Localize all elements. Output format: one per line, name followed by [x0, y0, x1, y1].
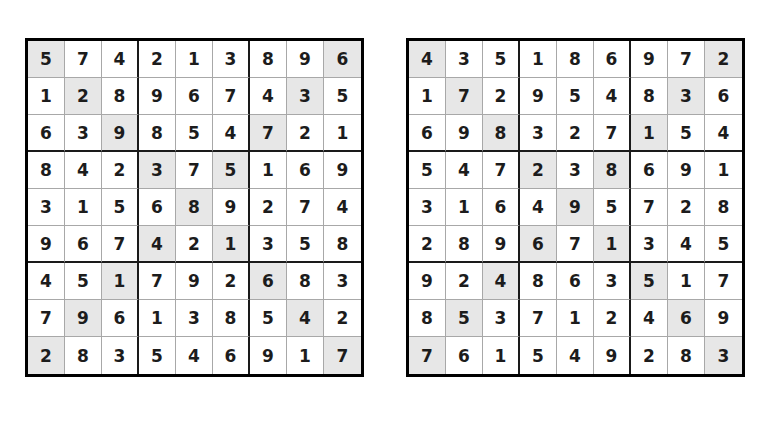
sudoku-cell-r6c4[interactable]: 6 [520, 226, 557, 263]
sudoku-cell-r7c1[interactable]: 9 [409, 263, 446, 300]
sudoku-cell-r9c8[interactable]: 8 [668, 337, 705, 374]
sudoku-cell-r2c9[interactable]: 6 [705, 78, 742, 115]
sudoku-cell-r8c9[interactable]: 2 [324, 300, 361, 337]
sudoku-cell-r8c8[interactable]: 4 [287, 300, 324, 337]
sudoku-cell-r7c6[interactable]: 2 [213, 263, 250, 300]
sudoku-cell-r4c6[interactable]: 8 [594, 152, 631, 189]
sudoku-cell-r5c3[interactable]: 6 [483, 189, 520, 226]
sudoku-cell-r3c2[interactable]: 3 [65, 115, 102, 152]
sudoku-cell-r6c3[interactable]: 7 [102, 226, 139, 263]
sudoku-cell-r2c4[interactable]: 9 [520, 78, 557, 115]
sudoku-cell-r3c1[interactable]: 6 [409, 115, 446, 152]
sudoku-cell-r3c4[interactable]: 3 [520, 115, 557, 152]
sudoku-cell-r6c1[interactable]: 2 [409, 226, 446, 263]
sudoku-cell-r1c5[interactable]: 8 [557, 41, 594, 78]
sudoku-cell-r4c7[interactable]: 1 [250, 152, 287, 189]
sudoku-board-right: 4351869721729548366983271545472386913164… [406, 38, 745, 377]
sudoku-cell-r8c9[interactable]: 9 [705, 300, 742, 337]
sudoku-cell-r6c5[interactable]: 2 [176, 226, 213, 263]
sudoku-cell-r6c1[interactable]: 9 [28, 226, 65, 263]
sudoku-cell-r6c7[interactable]: 3 [631, 226, 668, 263]
sudoku-cell-r9c7[interactable]: 9 [250, 337, 287, 374]
sudoku-cell-r8c5[interactable]: 3 [176, 300, 213, 337]
sudoku-cell-r6c3[interactable]: 9 [483, 226, 520, 263]
sudoku-cell-r3c9[interactable]: 4 [705, 115, 742, 152]
sudoku-cell-r1c7[interactable]: 9 [631, 41, 668, 78]
sudoku-cell-r2c3[interactable]: 2 [483, 78, 520, 115]
sudoku-cell-r8c6[interactable]: 2 [594, 300, 631, 337]
sudoku-cell-r4c6[interactable]: 5 [213, 152, 250, 189]
sudoku-cell-r8c2[interactable]: 9 [65, 300, 102, 337]
sudoku-cell-r9c9[interactable]: 7 [324, 337, 361, 374]
sudoku-cell-r4c1[interactable]: 5 [409, 152, 446, 189]
sudoku-cell-r1c5[interactable]: 1 [176, 41, 213, 78]
sudoku-cell-r2c2[interactable]: 7 [446, 78, 483, 115]
sudoku-cell-r4c3[interactable]: 7 [483, 152, 520, 189]
sudoku-cell-r7c8[interactable]: 8 [287, 263, 324, 300]
sudoku-cell-r4c9[interactable]: 9 [324, 152, 361, 189]
sudoku-cell-r7c8[interactable]: 1 [668, 263, 705, 300]
sudoku-cell-r6c8[interactable]: 5 [287, 226, 324, 263]
sudoku-cell-r9c1[interactable]: 2 [28, 337, 65, 374]
sudoku-cell-r4c9[interactable]: 1 [705, 152, 742, 189]
sudoku-cell-r8c3[interactable]: 3 [483, 300, 520, 337]
boards-container: 5742138961289674356398547218423751693156… [25, 38, 745, 377]
sudoku-cell-r2c8[interactable]: 3 [287, 78, 324, 115]
sudoku-cell-r6c6[interactable]: 1 [213, 226, 250, 263]
sudoku-cell-r5c9[interactable]: 8 [705, 189, 742, 226]
sudoku-cell-r6c6[interactable]: 1 [594, 226, 631, 263]
sudoku-cell-r5c4[interactable]: 4 [520, 189, 557, 226]
sudoku-cell-r2c6[interactable]: 7 [213, 78, 250, 115]
sudoku-cell-r8c7[interactable]: 5 [250, 300, 287, 337]
sudoku-cell-r3c2[interactable]: 9 [446, 115, 483, 152]
sudoku-board-left: 5742138961289674356398547218423751693156… [25, 38, 364, 377]
sudoku-cell-r6c7[interactable]: 3 [250, 226, 287, 263]
sudoku-cell-r7c3[interactable]: 4 [483, 263, 520, 300]
sudoku-cell-r8c1[interactable]: 7 [28, 300, 65, 337]
sudoku-cell-r3c3[interactable]: 8 [483, 115, 520, 152]
sudoku-cell-r8c2[interactable]: 5 [446, 300, 483, 337]
sudoku-cell-r5c2[interactable]: 1 [446, 189, 483, 226]
sudoku-cell-r1c2[interactable]: 3 [446, 41, 483, 78]
sudoku-cell-r1c7[interactable]: 8 [250, 41, 287, 78]
sudoku-cell-r5c2[interactable]: 1 [65, 189, 102, 226]
sudoku-cell-r2c7[interactable]: 4 [250, 78, 287, 115]
sudoku-cell-r4c4[interactable]: 3 [139, 152, 176, 189]
sudoku-cell-r7c5[interactable]: 9 [176, 263, 213, 300]
sudoku-cell-r4c8[interactable]: 6 [287, 152, 324, 189]
sudoku-cell-r5c1[interactable]: 3 [28, 189, 65, 226]
sudoku-cell-r7c1[interactable]: 4 [28, 263, 65, 300]
sudoku-cell-r1c3[interactable]: 4 [102, 41, 139, 78]
sudoku-cell-r9c6[interactable]: 6 [213, 337, 250, 374]
sudoku-cell-r5c6[interactable]: 9 [213, 189, 250, 226]
sudoku-cell-r3c8[interactable]: 2 [287, 115, 324, 152]
sudoku-cell-r6c8[interactable]: 4 [668, 226, 705, 263]
sudoku-cell-r5c8[interactable]: 7 [287, 189, 324, 226]
sudoku-cell-r9c3[interactable]: 3 [102, 337, 139, 374]
sudoku-cell-r5c7[interactable]: 7 [631, 189, 668, 226]
sudoku-cell-r2c5[interactable]: 5 [557, 78, 594, 115]
sudoku-cell-r6c2[interactable]: 6 [65, 226, 102, 263]
sudoku-cell-r4c4[interactable]: 2 [520, 152, 557, 189]
sudoku-cell-r7c7[interactable]: 6 [250, 263, 287, 300]
sudoku-cell-r4c8[interactable]: 9 [668, 152, 705, 189]
sudoku-cell-r2c2[interactable]: 2 [65, 78, 102, 115]
sudoku-cell-r9c2[interactable]: 6 [446, 337, 483, 374]
sudoku-cell-r9c7[interactable]: 2 [631, 337, 668, 374]
sudoku-cell-r3c4[interactable]: 8 [139, 115, 176, 152]
sudoku-cell-r5c8[interactable]: 2 [668, 189, 705, 226]
sudoku-cell-r9c1[interactable]: 7 [409, 337, 446, 374]
sudoku-cell-r7c6[interactable]: 3 [594, 263, 631, 300]
sudoku-cell-r3c1[interactable]: 6 [28, 115, 65, 152]
sudoku-cell-r2c1[interactable]: 1 [409, 78, 446, 115]
sudoku-cell-r4c7[interactable]: 6 [631, 152, 668, 189]
sudoku-cell-r1c9[interactable]: 6 [324, 41, 361, 78]
sudoku-cell-r8c7[interactable]: 4 [631, 300, 668, 337]
sudoku-cell-r7c4[interactable]: 7 [139, 263, 176, 300]
sudoku-cell-r7c4[interactable]: 8 [520, 263, 557, 300]
sudoku-cell-r5c3[interactable]: 5 [102, 189, 139, 226]
sudoku-cell-r4c2[interactable]: 4 [65, 152, 102, 189]
sudoku-cell-r9c9[interactable]: 3 [705, 337, 742, 374]
sudoku-cell-r2c8[interactable]: 3 [668, 78, 705, 115]
sudoku-cell-r5c9[interactable]: 4 [324, 189, 361, 226]
sudoku-cell-r8c5[interactable]: 1 [557, 300, 594, 337]
sudoku-cell-r5c5[interactable]: 9 [557, 189, 594, 226]
sudoku-cell-r9c5[interactable]: 4 [176, 337, 213, 374]
sudoku-cell-r3c7[interactable]: 1 [631, 115, 668, 152]
sudoku-cell-r8c3[interactable]: 6 [102, 300, 139, 337]
sudoku-cell-r1c8[interactable]: 9 [287, 41, 324, 78]
sudoku-page: 5742138961289674356398547218423751693156… [0, 0, 768, 427]
sudoku-cell-r8c1[interactable]: 8 [409, 300, 446, 337]
sudoku-cell-r1c2[interactable]: 7 [65, 41, 102, 78]
sudoku-cell-r8c8[interactable]: 6 [668, 300, 705, 337]
sudoku-cell-r6c9[interactable]: 5 [705, 226, 742, 263]
sudoku-cell-r9c2[interactable]: 8 [65, 337, 102, 374]
sudoku-cell-r2c4[interactable]: 9 [139, 78, 176, 115]
sudoku-cell-r5c5[interactable]: 8 [176, 189, 213, 226]
sudoku-cell-r4c2[interactable]: 4 [446, 152, 483, 189]
sudoku-cell-r5c4[interactable]: 6 [139, 189, 176, 226]
sudoku-cell-r1c8[interactable]: 7 [668, 41, 705, 78]
sudoku-cell-r7c5[interactable]: 6 [557, 263, 594, 300]
sudoku-cell-r2c9[interactable]: 5 [324, 78, 361, 115]
sudoku-cell-r4c5[interactable]: 7 [176, 152, 213, 189]
sudoku-cell-r6c2[interactable]: 8 [446, 226, 483, 263]
sudoku-cell-r5c6[interactable]: 5 [594, 189, 631, 226]
sudoku-cell-r3c6[interactable]: 7 [594, 115, 631, 152]
sudoku-cell-r7c2[interactable]: 5 [65, 263, 102, 300]
sudoku-cell-r3c8[interactable]: 5 [668, 115, 705, 152]
sudoku-cell-r8c4[interactable]: 7 [520, 300, 557, 337]
sudoku-cell-r9c3[interactable]: 1 [483, 337, 520, 374]
sudoku-cell-r1c9[interactable]: 2 [705, 41, 742, 78]
sudoku-cell-r2c1[interactable]: 1 [28, 78, 65, 115]
sudoku-cell-r4c5[interactable]: 3 [557, 152, 594, 189]
sudoku-cell-r3c7[interactable]: 7 [250, 115, 287, 152]
sudoku-cell-r9c4[interactable]: 5 [139, 337, 176, 374]
sudoku-cell-r4c1[interactable]: 8 [28, 152, 65, 189]
sudoku-cell-r3c6[interactable]: 4 [213, 115, 250, 152]
sudoku-cell-r2c5[interactable]: 6 [176, 78, 213, 115]
sudoku-cell-r7c2[interactable]: 2 [446, 263, 483, 300]
sudoku-cell-r9c5[interactable]: 4 [557, 337, 594, 374]
sudoku-cell-r1c4[interactable]: 2 [139, 41, 176, 78]
sudoku-cell-r1c4[interactable]: 1 [520, 41, 557, 78]
sudoku-cell-r7c9[interactable]: 3 [324, 263, 361, 300]
sudoku-cell-r7c3[interactable]: 1 [102, 263, 139, 300]
sudoku-cell-r1c6[interactable]: 6 [594, 41, 631, 78]
sudoku-cell-r9c8[interactable]: 1 [287, 337, 324, 374]
sudoku-cell-r9c4[interactable]: 5 [520, 337, 557, 374]
sudoku-cell-r8c4[interactable]: 1 [139, 300, 176, 337]
sudoku-cell-r3c5[interactable]: 5 [176, 115, 213, 152]
sudoku-cell-r1c1[interactable]: 5 [28, 41, 65, 78]
sudoku-cell-r7c7[interactable]: 5 [631, 263, 668, 300]
sudoku-cell-r9c6[interactable]: 9 [594, 337, 631, 374]
sudoku-cell-r5c7[interactable]: 2 [250, 189, 287, 226]
sudoku-cell-r2c6[interactable]: 4 [594, 78, 631, 115]
sudoku-cell-r1c1[interactable]: 4 [409, 41, 446, 78]
sudoku-cell-r6c9[interactable]: 8 [324, 226, 361, 263]
sudoku-cell-r8c6[interactable]: 8 [213, 300, 250, 337]
sudoku-cell-r6c5[interactable]: 7 [557, 226, 594, 263]
sudoku-cell-r3c5[interactable]: 2 [557, 115, 594, 152]
sudoku-cell-r3c3[interactable]: 9 [102, 115, 139, 152]
sudoku-cell-r2c7[interactable]: 8 [631, 78, 668, 115]
sudoku-cell-r6c4[interactable]: 4 [139, 226, 176, 263]
sudoku-cell-r5c1[interactable]: 3 [409, 189, 446, 226]
sudoku-cell-r3c9[interactable]: 1 [324, 115, 361, 152]
sudoku-cell-r7c9[interactable]: 7 [705, 263, 742, 300]
sudoku-cell-r4c3[interactable]: 2 [102, 152, 139, 189]
sudoku-cell-r1c6[interactable]: 3 [213, 41, 250, 78]
sudoku-cell-r2c3[interactable]: 8 [102, 78, 139, 115]
sudoku-cell-r1c3[interactable]: 5 [483, 41, 520, 78]
